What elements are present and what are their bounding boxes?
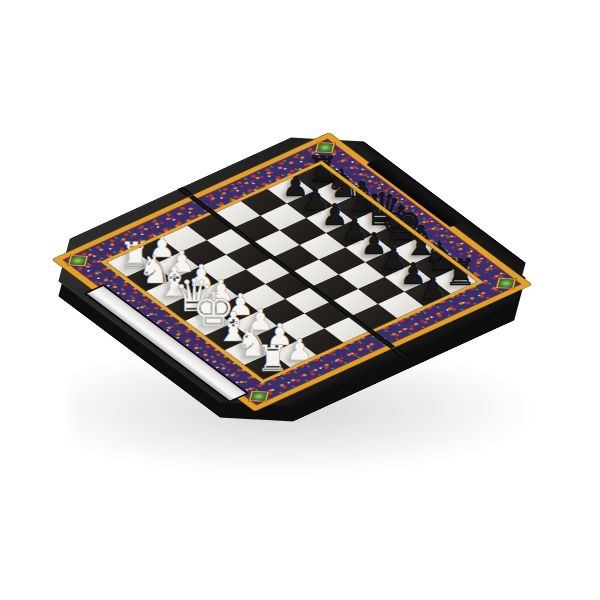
product-photo: ♜♟♟♜♞♟♟♞♝♟♟♝♛♟♟♛♚♟♟♚♝♟♟♝♞♟♟♞♜♟♟♜	[0, 0, 600, 600]
corner-medallion	[249, 391, 269, 402]
corner-medallion	[496, 278, 516, 289]
corner-medallion	[68, 255, 88, 266]
corner-medallion	[315, 142, 335, 153]
